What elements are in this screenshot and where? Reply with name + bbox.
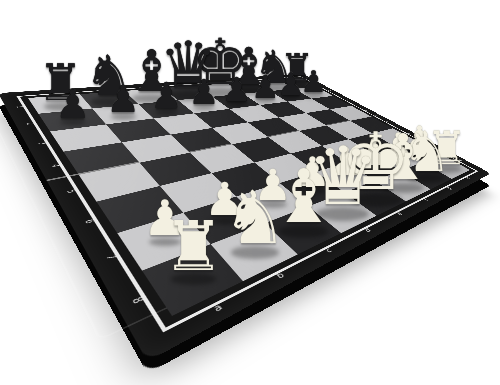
rank-label-right-1: 1 bbox=[310, 81, 315, 82]
chess-set-photo: abcdefgh1122334455667788 ♜♞♝♛♚♝♞♜♟♟♟♟♟♟♟… bbox=[0, 0, 500, 385]
chess-board: abcdefgh1122334455667788 bbox=[28, 78, 470, 316]
